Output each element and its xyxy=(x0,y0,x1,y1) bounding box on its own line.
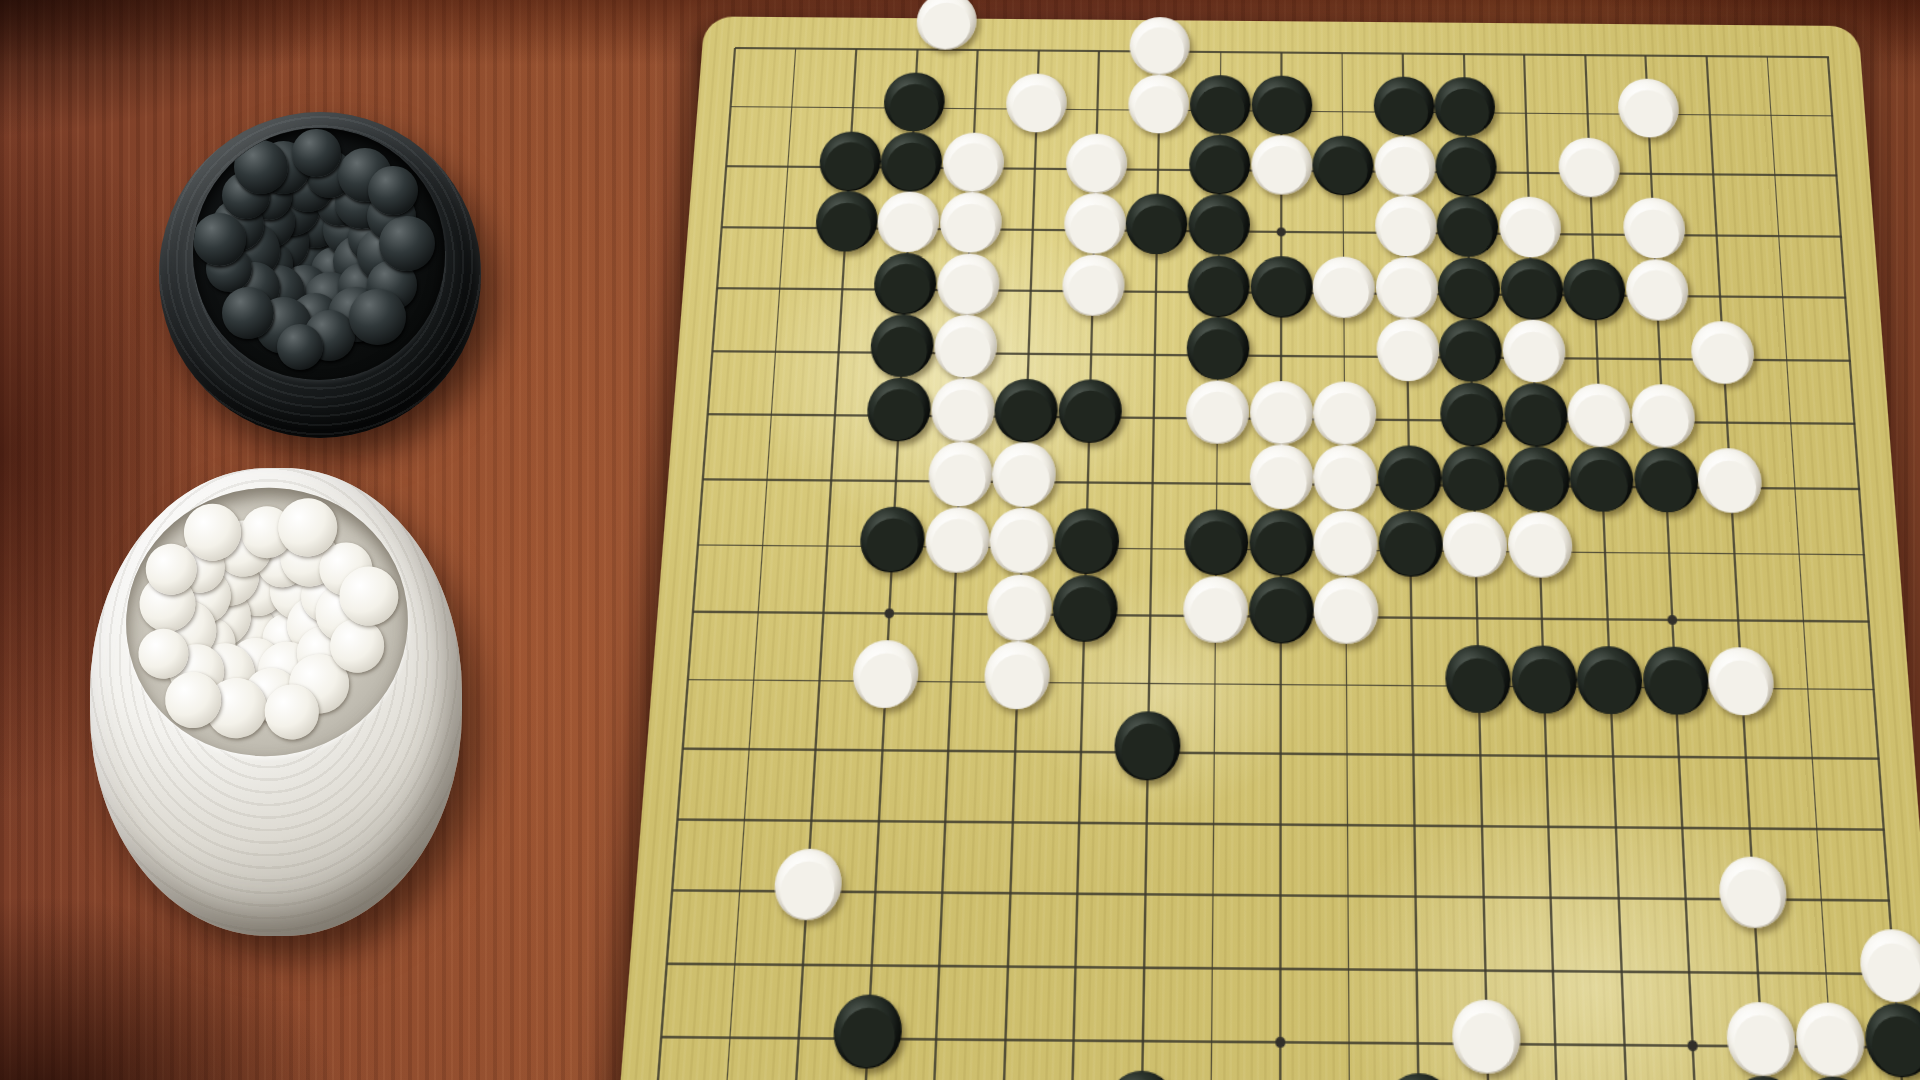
stone-white-11-7: ● xyxy=(1313,381,1376,445)
stone-white-11-10: ● xyxy=(1314,576,1379,643)
bowl-stone-black xyxy=(277,324,323,370)
stone-white-6-11: ● xyxy=(984,641,1051,709)
stone-white-5-3: ● xyxy=(941,132,1005,192)
bowl-stone-black xyxy=(368,166,418,216)
stone-white-10-7: ● xyxy=(1249,381,1312,445)
stone-white-4-4: ● xyxy=(876,192,941,253)
stone-white-6-2: ● xyxy=(1005,73,1068,132)
stone-black-8-17: ● xyxy=(1106,1071,1176,1080)
stone-white-6-10: ● xyxy=(986,574,1053,641)
go-board: ●●●●●●●●●●●●●●●●●●●●●●●●●●●●●●●●●●●●●●●●… xyxy=(602,16,1920,1080)
stone-black-17-17: ● xyxy=(1729,1076,1802,1080)
stone-white-16-2: ● xyxy=(1617,79,1680,138)
stone-white-17-11: ● xyxy=(1707,647,1776,715)
stone-black-14-11: ● xyxy=(1510,645,1577,713)
stone-white-13-16: ● xyxy=(1452,999,1522,1073)
stone-black-11-3: ● xyxy=(1312,135,1373,195)
bowl-stone-black xyxy=(222,287,274,339)
stone-white-5-7: ● xyxy=(930,378,996,442)
stone-white-11-8: ● xyxy=(1313,445,1377,510)
stone-black-12-9: ● xyxy=(1378,511,1443,577)
stone-black-8-4: ● xyxy=(1126,194,1189,255)
stone-black-19-16: ● xyxy=(1862,1003,1920,1078)
stone-white-10-8: ● xyxy=(1249,445,1313,510)
stone-white-12-5: ● xyxy=(1375,257,1438,319)
stone-white-8-2: ● xyxy=(1128,74,1190,133)
stone-white-14-6: ● xyxy=(1502,320,1566,383)
white-stone-bowl xyxy=(90,468,462,936)
stone-black-7-10: ● xyxy=(1052,574,1118,641)
stone-black-16-8: ● xyxy=(1633,448,1700,513)
stone-black-13-5: ● xyxy=(1437,257,1500,319)
stone-white-14-4: ● xyxy=(1498,197,1561,258)
stone-black-8-12: ● xyxy=(1114,711,1181,780)
stone-black-10-5: ● xyxy=(1250,256,1312,318)
stone-black-4-3: ● xyxy=(879,132,943,192)
stone-black-10-2: ● xyxy=(1251,76,1312,135)
stone-black-10-10: ● xyxy=(1248,576,1313,643)
stone-black-16-11: ● xyxy=(1642,647,1710,715)
stone-black-13-2: ● xyxy=(1434,77,1496,136)
stone-black-14-7: ● xyxy=(1503,383,1568,447)
stone-black-10-9: ● xyxy=(1249,510,1313,576)
stone-white-5-4: ● xyxy=(938,192,1002,253)
stone-black-13-3: ● xyxy=(1435,136,1497,196)
stone-white-16-5: ● xyxy=(1625,259,1690,321)
black-stone-heap xyxy=(193,128,445,380)
stone-white-5-8: ● xyxy=(927,442,993,507)
stone-white-9-10: ● xyxy=(1183,575,1248,642)
stone-black-7-7: ● xyxy=(1058,379,1123,443)
stone-black-6-7: ● xyxy=(994,378,1059,442)
star-point xyxy=(1688,1041,1698,1052)
stone-white-3-14: ● xyxy=(772,848,843,920)
stone-black-4-5: ● xyxy=(873,252,938,314)
stone-white-17-14: ● xyxy=(1718,856,1789,928)
go-table-photo: ●●●●●●●●●●●●●●●●●●●●●●●●●●●●●●●●●●●●●●●●… xyxy=(0,0,1920,1080)
stone-black-9-2: ● xyxy=(1190,75,1251,134)
stone-white-12-3: ● xyxy=(1374,136,1436,196)
stone-black-15-5: ● xyxy=(1562,258,1626,320)
stone-black-3-3: ● xyxy=(818,131,882,191)
stone-white-16-7: ● xyxy=(1630,384,1696,448)
stone-white-14-9: ● xyxy=(1507,512,1573,578)
stone-white-11-9: ● xyxy=(1313,510,1378,576)
stone-white-10-3: ● xyxy=(1251,135,1312,195)
stone-black-12-8: ● xyxy=(1377,446,1442,511)
stone-white-17-6: ● xyxy=(1690,321,1756,384)
stone-black-4-16: ● xyxy=(832,994,904,1068)
stone-white-17-8: ● xyxy=(1697,448,1764,513)
star-point xyxy=(884,608,894,618)
stone-black-13-4: ● xyxy=(1436,196,1499,257)
stone-white-18-16: ● xyxy=(1794,1002,1867,1077)
stone-black-4-6: ● xyxy=(869,314,935,377)
stone-white-12-6: ● xyxy=(1376,319,1439,382)
stone-white-loose-top: ● xyxy=(915,0,978,49)
bowl-stone-black xyxy=(193,213,246,266)
stone-black-9-9: ● xyxy=(1184,509,1249,575)
stone-black-15-8: ● xyxy=(1569,447,1635,512)
stone-white-13-9: ● xyxy=(1442,511,1508,577)
stone-white-7-5: ● xyxy=(1061,254,1125,316)
stone-black-9-5: ● xyxy=(1187,255,1250,317)
stone-white-5-6: ● xyxy=(933,315,998,378)
stone-white-15-7: ● xyxy=(1567,383,1633,447)
stone-black-14-8: ● xyxy=(1505,447,1571,512)
star-point xyxy=(1277,227,1286,236)
stone-white-6-8: ● xyxy=(991,442,1057,507)
stone-white-4-11: ● xyxy=(851,640,920,708)
stone-black-12-2: ● xyxy=(1373,77,1434,136)
stone-white-9-7: ● xyxy=(1185,380,1249,444)
bowl-stone-black xyxy=(292,129,340,177)
stone-white-7-3: ● xyxy=(1065,133,1128,193)
stone-white-8-1: ● xyxy=(1129,16,1190,74)
stone-black-12-17: ● xyxy=(1384,1073,1454,1080)
stone-white-12-4: ● xyxy=(1374,196,1436,257)
stone-black-4-7: ● xyxy=(866,377,932,441)
stone-white-5-5: ● xyxy=(936,253,1001,315)
stone-white-15-3: ● xyxy=(1558,137,1621,197)
stone-black-9-4: ● xyxy=(1188,194,1250,255)
bowl-stone-black xyxy=(379,216,435,272)
stone-white-16-4: ● xyxy=(1622,198,1686,259)
stone-black-14-5: ● xyxy=(1500,258,1564,320)
stone-black-9-3: ● xyxy=(1189,134,1251,194)
stone-white-11-5: ● xyxy=(1313,256,1375,318)
stone-black-13-7: ● xyxy=(1440,382,1504,446)
stone-black-13-6: ● xyxy=(1439,319,1503,382)
stone-white-7-4: ● xyxy=(1063,193,1126,254)
black-stone-bowl xyxy=(159,112,481,438)
star-point xyxy=(1668,615,1678,625)
stone-black-13-11: ● xyxy=(1445,645,1512,713)
star-point xyxy=(1275,1037,1285,1048)
bowl-stone-black xyxy=(349,289,406,346)
stone-black-4-2: ● xyxy=(883,72,946,131)
stone-black-3-4: ● xyxy=(814,191,879,252)
stone-black-13-8: ● xyxy=(1441,446,1506,511)
stone-black-9-6: ● xyxy=(1186,317,1249,380)
stone-white-17-16: ● xyxy=(1725,1002,1797,1077)
stone-black-7-9: ● xyxy=(1054,508,1120,574)
stone-black-4-9: ● xyxy=(859,507,926,573)
stone-white-19-15: ● xyxy=(1857,929,1920,1002)
grid-line-vertical xyxy=(643,48,736,1080)
stone-black-15-11: ● xyxy=(1576,646,1644,714)
stone-white-5-9: ● xyxy=(924,507,991,573)
stone-white-6-9: ● xyxy=(989,508,1055,574)
